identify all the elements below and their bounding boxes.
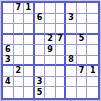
- cell-r7c7[interactable]: [66, 66, 77, 77]
- cell-r7c2[interactable]: 2: [14, 66, 25, 77]
- cell-r5c9[interactable]: [87, 45, 98, 56]
- cell-r3c5[interactable]: [45, 24, 56, 35]
- cell-r6c8[interactable]: [77, 56, 88, 67]
- cell-r2c5[interactable]: [45, 14, 56, 25]
- cell-r1c3[interactable]: 1: [24, 3, 35, 14]
- cell-r8c8[interactable]: [77, 77, 88, 88]
- cell-r8c5[interactable]: [45, 77, 56, 88]
- cell-r8c3[interactable]: [24, 77, 35, 88]
- cell-r9c5[interactable]: [45, 87, 56, 98]
- cell-r7c5[interactable]: [45, 66, 56, 77]
- cell-r3c4[interactable]: [35, 24, 46, 35]
- cell-r4c5[interactable]: 2: [45, 35, 56, 46]
- cell-r9c9[interactable]: [87, 87, 98, 98]
- cell-r2c2[interactable]: [14, 14, 25, 25]
- cell-r1c8[interactable]: [77, 3, 88, 14]
- cell-r7c6[interactable]: [56, 66, 67, 77]
- cell-r5c8[interactable]: [77, 45, 88, 56]
- cell-r4c7[interactable]: [66, 35, 77, 46]
- cell-r7c4[interactable]: [35, 66, 46, 77]
- cell-r8c2[interactable]: [14, 77, 25, 88]
- cell-r9c4[interactable]: 5: [35, 87, 46, 98]
- cell-r1c9[interactable]: [87, 3, 98, 14]
- cell-r7c9[interactable]: 1: [87, 66, 98, 77]
- cell-r2c3[interactable]: [24, 14, 35, 25]
- cell-r5c2[interactable]: [14, 45, 25, 56]
- cell-r3c2[interactable]: [14, 24, 25, 35]
- cell-r5c5[interactable]: 9: [45, 45, 56, 56]
- cell-r9c8[interactable]: [77, 87, 88, 98]
- cell-r9c3[interactable]: [24, 87, 35, 98]
- cell-r9c1[interactable]: [3, 87, 14, 98]
- cell-r6c3[interactable]: [24, 56, 35, 67]
- cell-r1c2[interactable]: 7: [14, 3, 25, 14]
- cell-r6c2[interactable]: [14, 56, 25, 67]
- cell-r9c7[interactable]: [66, 87, 77, 98]
- cell-r3c1[interactable]: [3, 24, 14, 35]
- cell-r8c4[interactable]: 3: [35, 77, 46, 88]
- sudoku-board: 71632756938271435: [1, 1, 100, 100]
- cell-r5c6[interactable]: [56, 45, 67, 56]
- cell-r6c9[interactable]: [87, 56, 98, 67]
- cell-r1c5[interactable]: [45, 3, 56, 14]
- cell-r7c1[interactable]: [3, 66, 14, 77]
- cell-r3c8[interactable]: [77, 24, 88, 35]
- cell-r8c1[interactable]: 4: [3, 77, 14, 88]
- cell-r9c2[interactable]: [14, 87, 25, 98]
- cell-r2c8[interactable]: [77, 14, 88, 25]
- cell-r4c9[interactable]: [87, 35, 98, 46]
- cell-r1c7[interactable]: [66, 3, 77, 14]
- cell-r6c5[interactable]: [45, 56, 56, 67]
- cell-r7c8[interactable]: 7: [77, 66, 88, 77]
- cell-r5c4[interactable]: [35, 45, 46, 56]
- cell-r9c6[interactable]: [56, 87, 67, 98]
- cell-r4c4[interactable]: [35, 35, 46, 46]
- sudoku-screen: 71632756938271435: [0, 0, 101, 101]
- cell-r1c6[interactable]: [56, 3, 67, 14]
- cell-r7c3[interactable]: [24, 66, 35, 77]
- cell-r4c2[interactable]: [14, 35, 25, 46]
- cell-r2c4[interactable]: 6: [35, 14, 46, 25]
- cell-r2c6[interactable]: [56, 14, 67, 25]
- cell-r2c9[interactable]: [87, 14, 98, 25]
- cell-r3c6[interactable]: [56, 24, 67, 35]
- cell-r5c3[interactable]: [24, 45, 35, 56]
- cell-r2c1[interactable]: [3, 14, 14, 25]
- cell-r6c1[interactable]: 3: [3, 56, 14, 67]
- cell-r8c6[interactable]: [56, 77, 67, 88]
- cell-r8c7[interactable]: [66, 77, 77, 88]
- cell-r6c6[interactable]: [56, 56, 67, 67]
- cell-r2c7[interactable]: 3: [66, 14, 77, 25]
- cell-r4c8[interactable]: 5: [77, 35, 88, 46]
- cell-r1c1[interactable]: [3, 3, 14, 14]
- cell-r4c3[interactable]: [24, 35, 35, 46]
- cell-r1c4[interactable]: [35, 3, 46, 14]
- cell-r4c6[interactable]: 7: [56, 35, 67, 46]
- cell-r3c9[interactable]: [87, 24, 98, 35]
- cell-r3c7[interactable]: [66, 24, 77, 35]
- cell-r8c9[interactable]: [87, 77, 98, 88]
- cell-r6c4[interactable]: [35, 56, 46, 67]
- cell-r6c7[interactable]: 8: [66, 56, 77, 67]
- cell-r4c1[interactable]: [3, 35, 14, 46]
- cell-r3c3[interactable]: [24, 24, 35, 35]
